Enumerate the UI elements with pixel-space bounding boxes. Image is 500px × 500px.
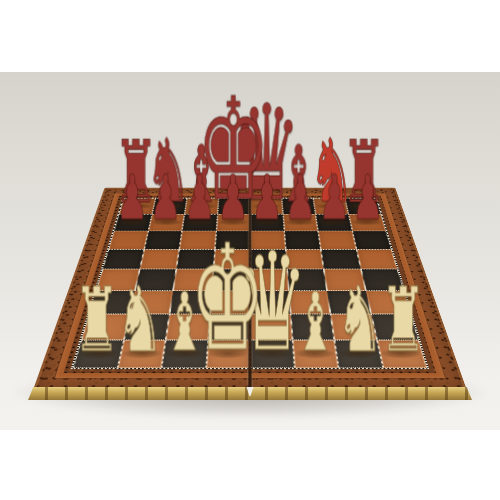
photo-stage: ♜♞♝♚♛♝♞♜♟♟♟♟♟♟♟♟♜♞♝♚♛♝♞♜ <box>0 0 500 500</box>
square-g7 <box>315 214 352 231</box>
square-g8 <box>313 198 348 214</box>
square-h8 <box>345 198 381 214</box>
square-h6 <box>352 231 391 249</box>
square-f8 <box>282 198 316 214</box>
square-b8 <box>152 198 187 214</box>
square-a8 <box>119 198 155 214</box>
chessboard: ♜♞♝♚♛♝♞♜♟♟♟♟♟♟♟♟♜♞♝♚♛♝♞♜ <box>33 188 467 391</box>
king-glyph: ♚ <box>190 229 266 368</box>
gilt-edge <box>28 387 472 400</box>
square-b6 <box>144 231 182 249</box>
knight-glyph: ♞ <box>336 276 383 362</box>
rook-glyph: ♜ <box>380 278 426 362</box>
square-d8 <box>217 198 250 214</box>
square-a7 <box>114 214 152 231</box>
square-a6 <box>109 231 148 249</box>
square-b7 <box>148 214 185 231</box>
square-c8 <box>185 198 219 214</box>
square-h7 <box>348 214 386 231</box>
rook-glyph: ♜ <box>73 278 119 362</box>
knight-glyph: ♞ <box>117 276 164 362</box>
square-g6 <box>318 231 356 249</box>
square-e8 <box>250 198 283 214</box>
